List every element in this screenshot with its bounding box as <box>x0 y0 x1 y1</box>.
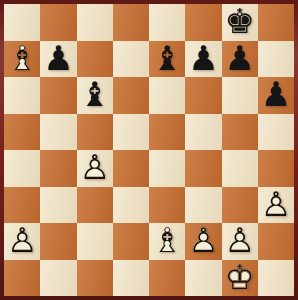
square-d7[interactable] <box>113 41 149 78</box>
white-bishop-outline: ♗ <box>152 224 182 258</box>
square-c7[interactable] <box>77 41 113 78</box>
square-h1[interactable] <box>258 260 294 297</box>
square-f3[interactable] <box>185 187 221 224</box>
square-h6[interactable]: ♟ <box>258 77 294 114</box>
square-a8[interactable] <box>4 4 40 41</box>
white-pawn-outline: ♙ <box>7 224 37 258</box>
white-pawn-outline: ♙ <box>79 151 109 185</box>
square-d8[interactable] <box>113 4 149 41</box>
square-c2[interactable] <box>77 223 113 260</box>
square-a3[interactable] <box>4 187 40 224</box>
black-bishop-glyph: ♝ <box>152 41 182 75</box>
square-h8[interactable] <box>258 4 294 41</box>
black-pawn-glyph: ♟ <box>188 41 218 75</box>
square-d2[interactable] <box>113 223 149 260</box>
white-pawn[interactable]: ♟♙ <box>185 223 221 260</box>
black-pawn-glyph: ♟ <box>261 78 291 112</box>
black-king-glyph: ♚ <box>224 5 254 39</box>
white-pawn[interactable]: ♟♙ <box>77 150 113 187</box>
square-h5[interactable] <box>258 114 294 151</box>
white-pawn-outline: ♙ <box>188 224 218 258</box>
square-g4[interactable] <box>222 150 258 187</box>
square-d1[interactable] <box>113 260 149 297</box>
square-f2[interactable]: ♟♙ <box>185 223 221 260</box>
square-b3[interactable] <box>40 187 76 224</box>
white-pawn-outline: ♙ <box>224 224 254 258</box>
square-g8[interactable]: ♚ <box>222 4 258 41</box>
white-bishop[interactable]: ♝♗ <box>149 223 185 260</box>
white-bishop-outline: ♗ <box>7 41 37 75</box>
square-e3[interactable] <box>149 187 185 224</box>
square-g2[interactable]: ♟♙ <box>222 223 258 260</box>
square-a2[interactable]: ♟♙ <box>4 223 40 260</box>
white-king-outline: ♔ <box>224 260 254 294</box>
black-pawn-glyph: ♟ <box>224 41 254 75</box>
square-h4[interactable] <box>258 150 294 187</box>
square-a5[interactable] <box>4 114 40 151</box>
square-b1[interactable] <box>40 260 76 297</box>
square-f8[interactable] <box>185 4 221 41</box>
square-h7[interactable] <box>258 41 294 78</box>
white-king[interactable]: ♚♔ <box>222 260 258 297</box>
square-c3[interactable] <box>77 187 113 224</box>
square-e6[interactable] <box>149 77 185 114</box>
black-pawn-glyph: ♟ <box>43 41 73 75</box>
square-a6[interactable] <box>4 77 40 114</box>
white-pawn-outline: ♙ <box>261 187 291 221</box>
square-b4[interactable] <box>40 150 76 187</box>
black-pawn[interactable]: ♟ <box>258 77 294 114</box>
square-b7[interactable]: ♟ <box>40 41 76 78</box>
square-a7[interactable]: ♝♗ <box>4 41 40 78</box>
square-g7[interactable]: ♟ <box>222 41 258 78</box>
square-e2[interactable]: ♝♗ <box>149 223 185 260</box>
square-f4[interactable] <box>185 150 221 187</box>
square-g6[interactable] <box>222 77 258 114</box>
black-bishop[interactable]: ♝ <box>77 77 113 114</box>
square-e4[interactable] <box>149 150 185 187</box>
square-c6[interactable]: ♝ <box>77 77 113 114</box>
square-d4[interactable] <box>113 150 149 187</box>
square-c1[interactable] <box>77 260 113 297</box>
white-pawn[interactable]: ♟♙ <box>222 223 258 260</box>
black-bishop-glyph: ♝ <box>79 78 109 112</box>
white-pawn[interactable]: ♟♙ <box>258 187 294 224</box>
square-b2[interactable] <box>40 223 76 260</box>
black-pawn[interactable]: ♟ <box>40 41 76 78</box>
square-f5[interactable] <box>185 114 221 151</box>
square-b6[interactable] <box>40 77 76 114</box>
square-h3[interactable]: ♟♙ <box>258 187 294 224</box>
white-pawn[interactable]: ♟♙ <box>4 223 40 260</box>
square-a1[interactable] <box>4 260 40 297</box>
square-c4[interactable]: ♟♙ <box>77 150 113 187</box>
square-e8[interactable] <box>149 4 185 41</box>
black-pawn[interactable]: ♟ <box>222 41 258 78</box>
square-f6[interactable] <box>185 77 221 114</box>
square-b5[interactable] <box>40 114 76 151</box>
white-bishop[interactable]: ♝♗ <box>4 41 40 78</box>
square-c5[interactable] <box>77 114 113 151</box>
square-e7[interactable]: ♝ <box>149 41 185 78</box>
square-a4[interactable] <box>4 150 40 187</box>
square-h2[interactable] <box>258 223 294 260</box>
board-frame: ♚♝♗♟♝♟♟♝♟♟♙♟♙♟♙♝♗♟♙♟♙♚♔ <box>0 0 298 300</box>
square-d6[interactable] <box>113 77 149 114</box>
square-f1[interactable] <box>185 260 221 297</box>
square-e1[interactable] <box>149 260 185 297</box>
square-g3[interactable] <box>222 187 258 224</box>
square-f7[interactable]: ♟ <box>185 41 221 78</box>
square-d3[interactable] <box>113 187 149 224</box>
square-g5[interactable] <box>222 114 258 151</box>
square-b8[interactable] <box>40 4 76 41</box>
square-c8[interactable] <box>77 4 113 41</box>
square-e5[interactable] <box>149 114 185 151</box>
chess-board: ♚♝♗♟♝♟♟♝♟♟♙♟♙♟♙♝♗♟♙♟♙♚♔ <box>4 4 294 296</box>
square-g1[interactable]: ♚♔ <box>222 260 258 297</box>
square-d5[interactable] <box>113 114 149 151</box>
black-pawn[interactable]: ♟ <box>185 41 221 78</box>
black-bishop[interactable]: ♝ <box>149 41 185 78</box>
black-king[interactable]: ♚ <box>222 4 258 41</box>
